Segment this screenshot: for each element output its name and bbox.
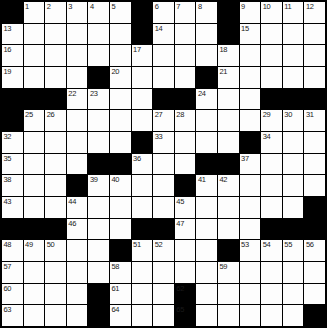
clue-number: 12: [306, 2, 314, 11]
grid-cell[interactable]: 4: [88, 2, 109, 23]
grid-cell[interactable]: [45, 24, 66, 45]
clue-number: 40: [112, 175, 120, 184]
grid-cell[interactable]: [196, 284, 217, 305]
grid-cell[interactable]: [67, 284, 88, 305]
clue-number: 64: [112, 305, 120, 314]
grid-cell[interactable]: 36: [132, 154, 153, 175]
black-cell: [175, 175, 196, 196]
grid-cell[interactable]: [132, 67, 153, 88]
black-cell: [240, 132, 261, 153]
grid-cell[interactable]: [261, 67, 282, 88]
clue-number: 48: [4, 240, 12, 249]
grid-cell[interactable]: 49: [24, 240, 45, 261]
grid-cell[interactable]: [283, 24, 304, 45]
grid-cell[interactable]: [45, 197, 66, 218]
clue-number: 10: [263, 2, 271, 11]
grid-cell[interactable]: 57: [2, 262, 23, 283]
grid-cell[interactable]: [283, 262, 304, 283]
clue-number: 37: [241, 154, 249, 163]
grid-cell[interactable]: [304, 284, 325, 305]
clue-number: 2: [47, 2, 51, 11]
grid-cell[interactable]: 27: [153, 110, 174, 131]
grid-cell[interactable]: [67, 240, 88, 261]
black-cell: [2, 219, 23, 240]
grid-cell[interactable]: [132, 262, 153, 283]
black-cell: [88, 154, 109, 175]
grid-cell[interactable]: [196, 219, 217, 240]
grid-cell[interactable]: [153, 305, 174, 326]
grid-cell[interactable]: [240, 89, 261, 110]
clue-number: 11: [284, 2, 291, 11]
grid-cell[interactable]: 43: [2, 197, 23, 218]
clue-number: 29: [263, 110, 271, 119]
grid-cell[interactable]: 61: [110, 284, 131, 305]
grid-cell[interactable]: [304, 45, 325, 66]
clue-number: 52: [155, 240, 163, 249]
black-cell: [304, 89, 325, 110]
clue-number: 1: [25, 2, 29, 11]
grid-cell[interactable]: 8: [196, 2, 217, 23]
clue-number: 22: [68, 89, 76, 98]
clue-number: 44: [68, 197, 76, 206]
grid-cell[interactable]: 19: [2, 67, 23, 88]
clue-number: 17: [133, 45, 141, 54]
clue-number: 15: [241, 24, 249, 33]
grid-cell[interactable]: 51: [132, 240, 153, 261]
grid-cell[interactable]: 12: [304, 2, 325, 23]
grid-cell[interactable]: 15: [240, 24, 261, 45]
grid-cell[interactable]: [67, 154, 88, 175]
grid-cell[interactable]: [196, 132, 217, 153]
clue-number: 50: [47, 240, 55, 249]
clue-number: 20: [112, 67, 120, 76]
grid-cell[interactable]: [67, 110, 88, 131]
grid-cell[interactable]: [218, 305, 239, 326]
clue-number: 56: [306, 240, 314, 249]
clue-number: 3: [68, 2, 72, 11]
grid-cell[interactable]: 23: [88, 89, 109, 110]
clue-number: 58: [112, 262, 120, 271]
black-cell: [304, 197, 325, 218]
grid-cell[interactable]: 11: [283, 2, 304, 23]
grid-cell[interactable]: [132, 110, 153, 131]
grid-cell[interactable]: [218, 197, 239, 218]
grid-cell[interactable]: [283, 305, 304, 326]
black-cell: [283, 89, 304, 110]
grid-cell[interactable]: [24, 175, 45, 196]
grid-cell[interactable]: [153, 262, 174, 283]
clue-number: 36: [133, 154, 141, 163]
grid-cell[interactable]: [240, 197, 261, 218]
grid-cell[interactable]: [240, 305, 261, 326]
grid-cell[interactable]: [175, 132, 196, 153]
grid-cell[interactable]: 50: [45, 240, 66, 261]
grid-cell[interactable]: 7: [175, 2, 196, 23]
grid-cell[interactable]: [218, 89, 239, 110]
grid-cell[interactable]: [175, 262, 196, 283]
clue-number: 8: [198, 2, 202, 11]
clue-number: 42: [220, 175, 228, 184]
clue-number: 63: [4, 305, 12, 314]
grid-cell[interactable]: 63: [2, 305, 23, 326]
black-cell: [153, 89, 174, 110]
black-cell: [283, 219, 304, 240]
grid-cell[interactable]: 14: [153, 24, 174, 45]
grid-cell[interactable]: [240, 219, 261, 240]
grid-cell[interactable]: 55: [283, 240, 304, 261]
grid-cell[interactable]: 34: [261, 132, 282, 153]
grid-cell[interactable]: 13: [2, 24, 23, 45]
grid-cell[interactable]: 2: [45, 2, 66, 23]
clue-number: 45: [176, 197, 184, 206]
clue-number: 19: [4, 67, 12, 76]
grid-cell[interactable]: 21: [218, 67, 239, 88]
grid-cell[interactable]: [132, 305, 153, 326]
grid-cell[interactable]: 1: [24, 2, 45, 23]
grid-cell[interactable]: 52: [153, 240, 174, 261]
grid-cell[interactable]: [24, 305, 45, 326]
grid-cell[interactable]: 60: [2, 284, 23, 305]
black-cell: 62: [175, 284, 196, 305]
grid-cell[interactable]: 9: [240, 2, 261, 23]
black-cell: [218, 2, 239, 23]
grid-cell[interactable]: [24, 45, 45, 66]
grid-cell[interactable]: 6: [153, 2, 174, 23]
clue-number: 38: [4, 175, 12, 184]
grid-cell[interactable]: 24: [196, 89, 217, 110]
grid-cell[interactable]: [283, 154, 304, 175]
clue-number: 33: [155, 132, 163, 141]
grid-cell[interactable]: 28: [175, 110, 196, 131]
grid-cell[interactable]: 32: [2, 132, 23, 153]
grid-cell[interactable]: [88, 132, 109, 153]
clue-number: 25: [25, 110, 33, 119]
black-cell: [45, 219, 66, 240]
grid-cell[interactable]: [153, 67, 174, 88]
grid-cell[interactable]: [67, 67, 88, 88]
black-cell: [45, 89, 66, 110]
grid-cell[interactable]: [261, 284, 282, 305]
black-cell: [88, 67, 109, 88]
clue-number: 26: [47, 110, 55, 119]
clue-number: 31: [306, 110, 314, 119]
black-cell: [218, 240, 239, 261]
grid-cell[interactable]: [24, 284, 45, 305]
grid-cell[interactable]: [240, 284, 261, 305]
clue-number: 41: [198, 175, 206, 184]
grid-cell[interactable]: [132, 197, 153, 218]
clue-number: 51: [133, 240, 141, 249]
clue-number: 55: [284, 240, 292, 249]
clue-number: 9: [241, 2, 245, 11]
grid-cell[interactable]: [196, 240, 217, 261]
grid-cell[interactable]: [218, 132, 239, 153]
grid-cell[interactable]: 31: [304, 110, 325, 131]
black-cell: [132, 24, 153, 45]
clue-number: 46: [68, 219, 76, 228]
grid-cell[interactable]: 39: [88, 175, 109, 196]
black-cell: [196, 154, 217, 175]
grid-cell[interactable]: [45, 284, 66, 305]
grid-cell[interactable]: 29: [261, 110, 282, 131]
grid-cell[interactable]: 30: [283, 110, 304, 131]
grid-cell[interactable]: [261, 24, 282, 45]
clue-number: 16: [4, 45, 12, 54]
grid-cell[interactable]: [196, 110, 217, 131]
grid-cell[interactable]: 40: [110, 175, 131, 196]
grid-cell[interactable]: [110, 110, 131, 131]
clue-number: 30: [284, 110, 292, 119]
grid-cell[interactable]: [175, 24, 196, 45]
grid-cell[interactable]: [175, 240, 196, 261]
grid-cell[interactable]: [175, 154, 196, 175]
grid-cell[interactable]: [304, 262, 325, 283]
grid-cell[interactable]: 64: [110, 305, 131, 326]
grid-cell[interactable]: [132, 284, 153, 305]
grid-cell[interactable]: [261, 154, 282, 175]
black-cell: [2, 110, 23, 131]
grid-cell[interactable]: [240, 262, 261, 283]
grid-cell[interactable]: [24, 262, 45, 283]
grid-cell[interactable]: 56: [304, 240, 325, 261]
grid-cell[interactable]: 33: [153, 132, 174, 153]
clue-number: 23: [90, 89, 98, 98]
clue-number: 32: [4, 132, 12, 141]
grid-cell[interactable]: [110, 132, 131, 153]
grid-cell[interactable]: [304, 24, 325, 45]
grid-cell[interactable]: [261, 197, 282, 218]
clue-number: 61: [112, 284, 120, 293]
grid-cell[interactable]: [24, 132, 45, 153]
grid-cell[interactable]: [240, 67, 261, 88]
grid-cell[interactable]: [196, 45, 217, 66]
grid-cell[interactable]: [110, 45, 131, 66]
clue-number: 62: [176, 284, 184, 293]
grid-cell[interactable]: 37: [240, 154, 261, 175]
grid-cell[interactable]: 44: [67, 197, 88, 218]
black-cell: [261, 89, 282, 110]
grid-cell[interactable]: [88, 197, 109, 218]
grid-cell[interactable]: 42: [218, 175, 239, 196]
grid-cell[interactable]: 45: [175, 197, 196, 218]
clue-number: 4: [90, 2, 94, 11]
black-cell: [153, 219, 174, 240]
grid-cell[interactable]: [67, 24, 88, 45]
black-cell: [132, 132, 153, 153]
grid-cell[interactable]: [153, 197, 174, 218]
grid-cell[interactable]: 46: [67, 219, 88, 240]
grid-cell[interactable]: [88, 240, 109, 261]
clue-number: 39: [90, 175, 98, 184]
grid-cell[interactable]: [24, 154, 45, 175]
grid-cell[interactable]: [261, 262, 282, 283]
grid-cell[interactable]: [240, 45, 261, 66]
black-cell: [132, 2, 153, 23]
grid-cell[interactable]: [304, 154, 325, 175]
clue-number: 65: [176, 305, 184, 314]
grid-cell[interactable]: [153, 175, 174, 196]
grid-cell[interactable]: [196, 24, 217, 45]
grid-cell[interactable]: [110, 89, 131, 110]
black-cell: [175, 89, 196, 110]
grid-cell[interactable]: 16: [2, 45, 23, 66]
grid-cell[interactable]: [304, 67, 325, 88]
clue-number: 27: [155, 110, 163, 119]
grid-cell[interactable]: [88, 45, 109, 66]
clue-number: 13: [4, 24, 12, 33]
black-cell: [196, 67, 217, 88]
grid-cell[interactable]: [283, 67, 304, 88]
grid-cell[interactable]: [67, 132, 88, 153]
grid-cell[interactable]: 47: [175, 219, 196, 240]
clue-number: 54: [263, 240, 271, 249]
crossword-grid: 1234567891011121314151617181920212223242…: [0, 0, 327, 328]
grid-cell[interactable]: [45, 305, 66, 326]
grid-cell[interactable]: 10: [261, 2, 282, 23]
black-cell: [24, 89, 45, 110]
clue-number: 53: [241, 240, 249, 249]
grid-cell[interactable]: [45, 132, 66, 153]
grid-cell[interactable]: [153, 45, 174, 66]
clue-number: 47: [176, 219, 184, 228]
grid-cell[interactable]: [132, 175, 153, 196]
clue-number: 24: [198, 89, 206, 98]
clue-number: 34: [263, 132, 271, 141]
grid-cell[interactable]: [88, 262, 109, 283]
grid-cell[interactable]: 35: [2, 154, 23, 175]
grid-cell[interactable]: [283, 175, 304, 196]
grid-cell[interactable]: [24, 67, 45, 88]
grid-cell[interactable]: [304, 132, 325, 153]
clue-number: 35: [4, 154, 12, 163]
grid-cell[interactable]: [240, 110, 261, 131]
grid-cell[interactable]: [110, 24, 131, 45]
grid-cell[interactable]: [45, 67, 66, 88]
black-cell: [110, 154, 131, 175]
grid-cell[interactable]: [261, 45, 282, 66]
grid-cell[interactable]: 38: [2, 175, 23, 196]
grid-cell[interactable]: [45, 45, 66, 66]
grid-cell[interactable]: 54: [261, 240, 282, 261]
black-cell: [218, 154, 239, 175]
grid-cell[interactable]: [67, 45, 88, 66]
grid-cell[interactable]: [67, 262, 88, 283]
grid-cell[interactable]: 58: [110, 262, 131, 283]
black-cell: [218, 24, 239, 45]
grid-cell[interactable]: [196, 305, 217, 326]
grid-cell[interactable]: [132, 89, 153, 110]
grid-cell[interactable]: 20: [110, 67, 131, 88]
grid-cell[interactable]: 53: [240, 240, 261, 261]
grid-cell[interactable]: 5: [110, 2, 131, 23]
grid-cell[interactable]: [88, 110, 109, 131]
grid-cell[interactable]: [218, 219, 239, 240]
clue-number: 21: [220, 67, 228, 76]
grid-cell[interactable]: [24, 197, 45, 218]
black-cell: [67, 175, 88, 196]
grid-cell[interactable]: [283, 197, 304, 218]
black-cell: [261, 219, 282, 240]
grid-cell[interactable]: [67, 305, 88, 326]
grid-cell[interactable]: [88, 24, 109, 45]
black-cell: [88, 305, 109, 326]
black-cell: [132, 219, 153, 240]
grid-cell[interactable]: [88, 219, 109, 240]
clue-number: 49: [25, 240, 33, 249]
grid-cell[interactable]: [45, 262, 66, 283]
clue-number: 18: [220, 45, 228, 54]
clue-number: 6: [155, 2, 159, 11]
grid-cell[interactable]: [110, 197, 131, 218]
clue-number: 43: [4, 197, 12, 206]
grid-cell[interactable]: 25: [24, 110, 45, 131]
black-cell: [110, 240, 131, 261]
clue-number: 28: [176, 110, 184, 119]
grid-cell[interactable]: [45, 175, 66, 196]
grid-cell[interactable]: [283, 132, 304, 153]
grid-cell[interactable]: 59: [218, 262, 239, 283]
grid-cell[interactable]: [110, 219, 131, 240]
black-cell: [304, 305, 325, 326]
black-cell: [2, 89, 23, 110]
grid-cell[interactable]: 3: [67, 2, 88, 23]
black-cell: [88, 284, 109, 305]
grid-cell[interactable]: [153, 284, 174, 305]
grid-cell[interactable]: 17: [132, 45, 153, 66]
clue-number: 59: [220, 262, 228, 271]
grid-cell[interactable]: 18: [218, 45, 239, 66]
grid-cell[interactable]: [153, 154, 174, 175]
grid-cell[interactable]: [218, 284, 239, 305]
black-cell: [2, 2, 23, 23]
grid-cell[interactable]: 22: [67, 89, 88, 110]
black-cell: 65: [175, 305, 196, 326]
grid-cell[interactable]: [218, 110, 239, 131]
grid-cell[interactable]: [283, 45, 304, 66]
clue-number: 60: [4, 284, 12, 293]
grid-cell[interactable]: 41: [196, 175, 217, 196]
clue-number: 7: [176, 2, 180, 11]
clue-number: 57: [4, 262, 12, 271]
clue-number: 14: [155, 24, 163, 33]
grid-cell[interactable]: [304, 175, 325, 196]
grid-cell[interactable]: [175, 67, 196, 88]
grid-cell[interactable]: [261, 305, 282, 326]
grid-cell[interactable]: [24, 24, 45, 45]
grid-cell[interactable]: 48: [2, 240, 23, 261]
grid-cell[interactable]: [283, 284, 304, 305]
black-cell: [304, 219, 325, 240]
grid-cell[interactable]: [240, 175, 261, 196]
grid-cell[interactable]: [196, 262, 217, 283]
grid-cell[interactable]: [196, 197, 217, 218]
grid-cell[interactable]: [45, 154, 66, 175]
grid-cell[interactable]: [175, 45, 196, 66]
grid-cell[interactable]: [261, 175, 282, 196]
black-cell: [24, 219, 45, 240]
clue-number: 5: [112, 2, 116, 11]
grid-cell[interactable]: 26: [45, 110, 66, 131]
